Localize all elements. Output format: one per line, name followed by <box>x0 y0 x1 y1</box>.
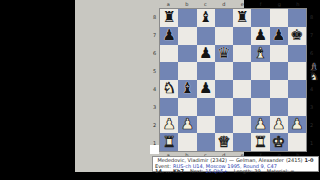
square-f4 <box>251 80 269 98</box>
coord-label-a: a <box>159 1 178 7</box>
square-f8 <box>251 9 269 27</box>
square-c7 <box>197 27 215 45</box>
square-d4 <box>215 80 233 98</box>
white-king: ♚ <box>272 135 285 150</box>
square-h5 <box>288 62 306 80</box>
square-a2: ♟ <box>160 116 178 134</box>
square-g7: ♟ <box>270 27 288 45</box>
coord-label-2: 2 <box>151 116 158 134</box>
thumbnail-stage: abcdefgh abcdefgh 87654321 87654321 ♜♝♜♟… <box>0 0 320 180</box>
square-c8: ♝ <box>197 9 215 27</box>
material-text: Material: = <box>267 169 295 174</box>
square-d7 <box>215 27 233 45</box>
square-c1 <box>197 133 215 151</box>
square-f6: ♝ <box>251 45 269 63</box>
coord-label-8: 8 <box>151 8 158 26</box>
coord-label-3: 3 <box>151 98 158 116</box>
square-b4: ♝ <box>178 80 196 98</box>
black-bishop: ♝ <box>181 81 194 96</box>
square-b7 <box>178 27 196 45</box>
game-result: 1-0 <box>305 158 314 163</box>
square-c5 <box>197 62 215 80</box>
square-g5 <box>270 62 288 80</box>
coord-label-1: 1 <box>308 134 315 152</box>
square-c6: ♟ <box>197 45 215 63</box>
square-a4: ♞ <box>160 80 178 98</box>
square-d3 <box>215 98 233 116</box>
coord-label-g: g <box>270 1 289 7</box>
material-difference-tray: ♝♞ <box>308 62 320 82</box>
black-pawn: ♟ <box>199 81 212 96</box>
left-letterbox-bar <box>0 0 75 180</box>
square-d5 <box>215 62 233 80</box>
square-a3 <box>160 98 178 116</box>
white-queen: ♛ <box>217 135 230 150</box>
next-move-text: 15.Qh5+ <box>205 169 227 174</box>
square-d1: ♛ <box>215 133 233 151</box>
square-e3 <box>233 98 251 116</box>
white-pawn: ♟ <box>254 117 267 132</box>
square-a5 <box>160 62 178 80</box>
move-info-line: 14. ... Kh7 Next: 15.Qh5+ Length: 39 Mat… <box>155 169 316 174</box>
file-labels-top: abcdefgh <box>159 1 307 7</box>
square-b8 <box>178 9 196 27</box>
square-a1: ♜ <box>160 133 178 151</box>
white-pawn: ♟ <box>290 117 303 132</box>
square-g1: ♚ <box>270 133 288 151</box>
square-e8: ♜ <box>233 9 251 27</box>
square-g4 <box>270 80 288 98</box>
square-b1 <box>178 133 196 151</box>
coord-label-6: 6 <box>308 44 315 62</box>
chess-viewer-frame: abcdefgh abcdefgh 87654321 87654321 ♜♝♜♟… <box>75 0 244 172</box>
white-pawn: ♟ <box>162 117 175 132</box>
next-label: Next: <box>190 169 203 174</box>
square-a7: ♟ <box>160 27 178 45</box>
black-rook: ♜ <box>235 10 248 25</box>
black-player-elo: (2415) <box>286 158 303 163</box>
coord-label-8: 8 <box>308 8 315 26</box>
game-info-caption: Mededovic, Vladimir (2342) — Gelman, Ale… <box>152 156 319 172</box>
square-g3 <box>270 98 288 116</box>
black-pawn: ♟ <box>272 28 285 43</box>
square-g6 <box>270 45 288 63</box>
square-h6 <box>288 45 306 63</box>
black-pawn: ♟ <box>162 28 175 43</box>
square-d2 <box>215 116 233 134</box>
square-e4 <box>233 80 251 98</box>
square-h1 <box>288 133 306 151</box>
coord-label-c: c <box>196 1 215 7</box>
black-rook: ♜ <box>162 10 175 25</box>
white-rook: ♜ <box>162 135 175 150</box>
square-c2 <box>197 116 215 134</box>
black-bishop: ♝ <box>199 10 212 25</box>
coord-label-f: f <box>252 1 271 7</box>
coord-label-7: 7 <box>308 26 315 44</box>
square-g2: ♟ <box>270 116 288 134</box>
black-queen: ♛ <box>217 46 230 61</box>
square-e2 <box>233 116 251 134</box>
coord-label-4: 4 <box>308 80 315 98</box>
coord-label-5: 5 <box>151 62 158 80</box>
square-h7: ♚ <box>288 27 306 45</box>
coord-label-7: 7 <box>151 26 158 44</box>
square-e5 <box>233 62 251 80</box>
square-h2: ♟ <box>288 116 306 134</box>
length-text: Length: 39 <box>234 169 261 174</box>
square-b3 <box>178 98 196 116</box>
corner-box <box>150 145 159 154</box>
square-h3 <box>288 98 306 116</box>
square-d8 <box>215 9 233 27</box>
black-pawn: ♟ <box>199 46 212 61</box>
last-move-text: 14. ... Kh7 <box>155 169 184 174</box>
square-f7: ♟ <box>251 27 269 45</box>
coord-label-4: 4 <box>151 80 158 98</box>
black-king: ♚ <box>290 28 303 43</box>
square-c3 <box>197 98 215 116</box>
white-pawn: ♟ <box>181 117 194 132</box>
square-f1: ♜ <box>251 133 269 151</box>
coord-label-d: d <box>215 1 234 7</box>
square-f3 <box>251 98 269 116</box>
square-b5 <box>178 62 196 80</box>
square-d6: ♛ <box>215 45 233 63</box>
square-e6 <box>233 45 251 63</box>
coord-label-2: 2 <box>308 116 315 134</box>
square-g8 <box>270 9 288 27</box>
square-h8 <box>288 9 306 27</box>
coord-label-e: e <box>233 1 252 7</box>
square-a6 <box>160 45 178 63</box>
square-a8: ♜ <box>160 9 178 27</box>
coord-label-h: h <box>289 1 308 7</box>
white-rook: ♜ <box>254 135 267 150</box>
square-b6 <box>178 45 196 63</box>
square-h4 <box>288 80 306 98</box>
coord-label-3: 3 <box>308 98 315 116</box>
rank-labels-left: 87654321 <box>151 8 158 152</box>
square-c4: ♟ <box>197 80 215 98</box>
coord-label-b: b <box>178 1 197 7</box>
white-knight: ♞ <box>162 81 175 96</box>
square-f5 <box>251 62 269 80</box>
coord-label-6: 6 <box>151 44 158 62</box>
black-pawn: ♟ <box>254 28 267 43</box>
square-f2: ♟ <box>251 116 269 134</box>
square-e7 <box>233 27 251 45</box>
square-e1 <box>233 133 251 151</box>
white-pawn: ♟ <box>272 117 285 132</box>
board: ♜♝♜♟♟♟♚♟♛♝♞♝♟♟♟♟♟♟♜♛♜♚ <box>159 8 307 152</box>
tray-white-knight: ♞ <box>310 72 319 82</box>
square-b2: ♟ <box>178 116 196 134</box>
white-bishop: ♝ <box>254 46 267 61</box>
